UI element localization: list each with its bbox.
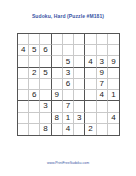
sudoku-sheet: Sudoku, Hard (Puzzle #M181) 456543925396… bbox=[0, 0, 136, 176]
cell-r6c8: 4 bbox=[97, 90, 108, 101]
cell-r1c4[interactable] bbox=[52, 34, 63, 45]
cell-r6c6[interactable] bbox=[74, 90, 85, 101]
cell-r4c7[interactable] bbox=[85, 68, 96, 79]
cell-r8c6: 3 bbox=[74, 113, 85, 124]
cell-r7c3: 3 bbox=[40, 101, 51, 112]
cell-r1c7[interactable] bbox=[85, 34, 96, 45]
cell-r6c3[interactable] bbox=[40, 90, 51, 101]
cell-r3c3[interactable] bbox=[40, 56, 51, 67]
cell-r8c9: 4 bbox=[108, 113, 119, 124]
cell-r3c5: 5 bbox=[63, 56, 74, 67]
cell-r4c2: 2 bbox=[29, 68, 40, 79]
cell-r9c3: 8 bbox=[40, 124, 51, 135]
cell-r3c1[interactable] bbox=[18, 56, 29, 67]
sudoku-board: 45654392539676941378134842 bbox=[17, 33, 120, 136]
cell-r5c4[interactable] bbox=[52, 79, 63, 90]
cell-r2c7[interactable] bbox=[85, 45, 96, 56]
cell-r4c8: 9 bbox=[97, 68, 108, 79]
cell-r7c7[interactable] bbox=[85, 101, 96, 112]
cell-r3c6[interactable] bbox=[74, 56, 85, 67]
cell-r1c6[interactable] bbox=[74, 34, 85, 45]
cell-r3c8: 3 bbox=[97, 56, 108, 67]
cell-r7c2[interactable] bbox=[29, 101, 40, 112]
cell-r4c1[interactable] bbox=[18, 68, 29, 79]
cell-r1c8[interactable] bbox=[97, 34, 108, 45]
cell-r6c9: 1 bbox=[108, 90, 119, 101]
cell-r3c2[interactable] bbox=[29, 56, 40, 67]
cell-r6c7[interactable] bbox=[85, 90, 96, 101]
cell-r7c6[interactable] bbox=[74, 101, 85, 112]
cell-r5c1[interactable] bbox=[18, 79, 29, 90]
cell-r2c3: 6 bbox=[40, 45, 51, 56]
cell-r8c1[interactable] bbox=[18, 113, 29, 124]
cell-r2c8[interactable] bbox=[97, 45, 108, 56]
cell-r7c1[interactable] bbox=[18, 101, 29, 112]
cell-r6c5[interactable] bbox=[63, 90, 74, 101]
cell-r8c2[interactable] bbox=[29, 113, 40, 124]
cell-r9c9[interactable] bbox=[108, 124, 119, 135]
cell-r9c8[interactable] bbox=[97, 124, 108, 135]
cell-r6c2: 6 bbox=[29, 90, 40, 101]
cell-r8c7[interactable] bbox=[85, 113, 96, 124]
cell-r5c7[interactable] bbox=[85, 79, 96, 90]
cell-r2c2: 5 bbox=[29, 45, 40, 56]
cell-r2c9[interactable] bbox=[108, 45, 119, 56]
cell-r4c4[interactable] bbox=[52, 68, 63, 79]
cell-r9c2[interactable] bbox=[29, 124, 40, 135]
cell-r2c6[interactable] bbox=[74, 45, 85, 56]
cell-r9c7: 2 bbox=[85, 124, 96, 135]
cell-r1c1[interactable] bbox=[18, 34, 29, 45]
cell-r5c9[interactable] bbox=[108, 79, 119, 90]
cell-r9c1[interactable] bbox=[18, 124, 29, 135]
cell-r4c9[interactable] bbox=[108, 68, 119, 79]
cell-r3c4[interactable] bbox=[52, 56, 63, 67]
cell-r9c5: 4 bbox=[63, 124, 74, 135]
cell-r2c5[interactable] bbox=[63, 45, 74, 56]
cell-r8c3[interactable] bbox=[40, 113, 51, 124]
cell-r5c6[interactable] bbox=[74, 79, 85, 90]
cell-r4c5: 3 bbox=[63, 68, 74, 79]
page-title: Sudoku, Hard (Puzzle #M181) bbox=[0, 13, 136, 19]
cell-r3c9: 9 bbox=[108, 56, 119, 67]
cell-r8c4: 8 bbox=[52, 113, 63, 124]
cell-r8c8[interactable] bbox=[97, 113, 108, 124]
cell-r7c5: 7 bbox=[63, 101, 74, 112]
cell-r6c4: 9 bbox=[52, 90, 63, 101]
cell-r5c8: 7 bbox=[97, 79, 108, 90]
cell-r7c9[interactable] bbox=[108, 101, 119, 112]
cell-r3c7: 4 bbox=[85, 56, 96, 67]
cell-r2c1: 4 bbox=[18, 45, 29, 56]
cell-r2c4[interactable] bbox=[52, 45, 63, 56]
cell-r8c5: 1 bbox=[63, 113, 74, 124]
cell-r5c2[interactable] bbox=[29, 79, 40, 90]
cell-r5c5: 6 bbox=[63, 79, 74, 90]
footer-url: www.PrintFreeSudoku.com bbox=[0, 161, 136, 165]
cell-r6c1[interactable] bbox=[18, 90, 29, 101]
cell-r7c4[interactable] bbox=[52, 101, 63, 112]
cell-r1c5[interactable] bbox=[63, 34, 74, 45]
cell-r4c3: 5 bbox=[40, 68, 51, 79]
cell-r9c4[interactable] bbox=[52, 124, 63, 135]
cell-r1c3[interactable] bbox=[40, 34, 51, 45]
cell-r5c3[interactable] bbox=[40, 79, 51, 90]
cell-r7c8[interactable] bbox=[97, 101, 108, 112]
cell-r4c6[interactable] bbox=[74, 68, 85, 79]
cell-r1c9[interactable] bbox=[108, 34, 119, 45]
cell-r9c6[interactable] bbox=[74, 124, 85, 135]
cell-r1c2[interactable] bbox=[29, 34, 40, 45]
